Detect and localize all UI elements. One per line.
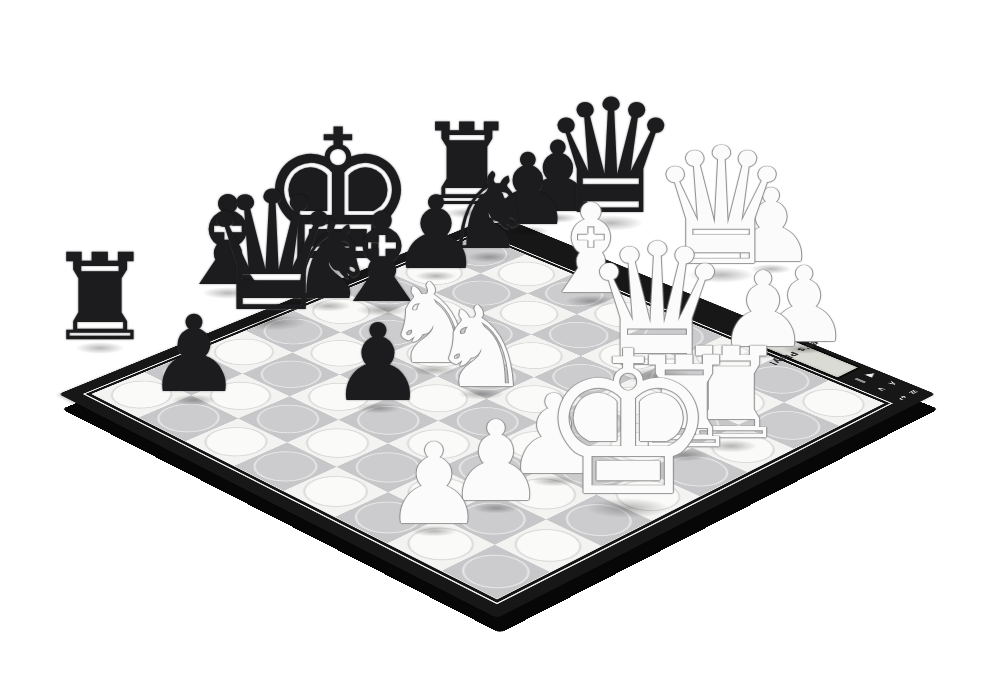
piece-white-pawn-a2[interactable]: ♟ [384, 428, 484, 540]
piece-black-pawn-a6[interactable]: ♟ [146, 302, 241, 408]
piece-white-king-c1[interactable]: ♚ [539, 325, 717, 524]
piece-black-pawn-c5[interactable]: ♟ [330, 310, 426, 417]
piece-black-rook-a8[interactable]: ♜ [46, 238, 154, 358]
chess-board-scene: ⋈ Let's Play! ◀∧≡‖∨↩ ♜♟♝♛♞♚♝♟♞♟♞♞♝♛♚♜♜♟♟… [0, 0, 1000, 700]
